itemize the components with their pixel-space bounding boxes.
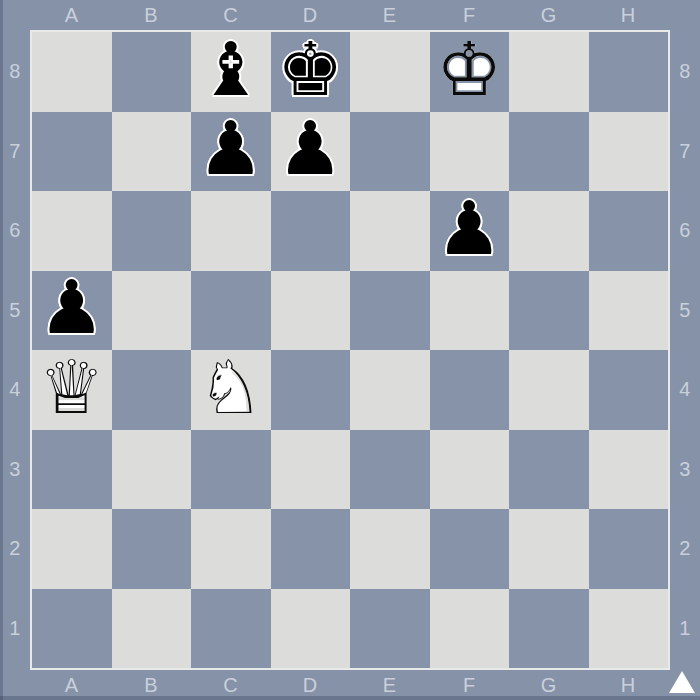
file-label-d: D	[271, 670, 351, 700]
square-a6[interactable]	[32, 191, 112, 271]
square-f4[interactable]	[430, 350, 510, 430]
piece-black-king[interactable]: ♚	[271, 32, 351, 112]
square-f3[interactable]	[430, 430, 510, 510]
file-label-g: G	[509, 0, 589, 30]
rank-label-7: 7	[670, 112, 700, 192]
square-f1[interactable]	[430, 589, 510, 669]
square-e2[interactable]	[350, 509, 430, 589]
square-e5[interactable]	[350, 271, 430, 351]
file-labels-top: ABCDEFGH	[32, 0, 668, 30]
square-f5[interactable]	[430, 271, 510, 351]
rank-label-2: 2	[670, 509, 700, 589]
file-label-f: F	[430, 670, 510, 700]
square-a1[interactable]	[32, 589, 112, 669]
square-h7[interactable]	[589, 112, 669, 192]
rank-label-5: 5	[670, 271, 700, 351]
file-label-h: H	[589, 0, 669, 30]
square-g8[interactable]	[509, 32, 589, 112]
square-b1[interactable]	[112, 589, 192, 669]
white-knight-outline-glyph: ♘	[198, 350, 264, 424]
square-d5[interactable]	[271, 271, 351, 351]
rank-labels-right: 87654321	[670, 32, 700, 668]
file-label-g: G	[509, 670, 589, 700]
square-h3[interactable]	[589, 430, 669, 510]
square-b4[interactable]	[112, 350, 192, 430]
piece-black-pawn[interactable]: ♟	[191, 112, 271, 192]
file-label-a: A	[32, 0, 112, 30]
board-grid: ♝♚♚♔♟♟♟♟♛♕♞♘	[32, 32, 668, 668]
square-b8[interactable]	[112, 32, 192, 112]
square-g3[interactable]	[509, 430, 589, 510]
square-g2[interactable]	[509, 509, 589, 589]
file-label-c: C	[191, 670, 271, 700]
rank-label-8: 8	[0, 32, 30, 112]
square-d8[interactable]: ♚	[271, 32, 351, 112]
rank-label-4: 4	[0, 350, 30, 430]
square-h8[interactable]	[589, 32, 669, 112]
white-queen-outline-glyph: ♕	[39, 350, 105, 424]
piece-white-knight[interactable]: ♞♘	[191, 350, 271, 430]
square-h6[interactable]	[589, 191, 669, 271]
rank-label-1: 1	[670, 589, 700, 669]
black-bishop-glyph: ♝	[198, 32, 264, 106]
square-g6[interactable]	[509, 191, 589, 271]
rank-label-6: 6	[670, 191, 700, 271]
rank-label-3: 3	[0, 430, 30, 510]
square-a5[interactable]: ♟	[32, 271, 112, 351]
square-g4[interactable]	[509, 350, 589, 430]
square-h1[interactable]	[589, 589, 669, 669]
white-king-outline-glyph: ♔	[436, 32, 502, 106]
file-label-e: E	[350, 670, 430, 700]
square-d7[interactable]: ♟	[271, 112, 351, 192]
black-king-glyph: ♚	[277, 32, 343, 106]
rank-label-4: 4	[670, 350, 700, 430]
square-a2[interactable]	[32, 509, 112, 589]
white-to-move-indicator	[669, 671, 695, 693]
rank-label-3: 3	[670, 430, 700, 510]
chess-diagram: ABCDEFGH ABCDEFGH 87654321 87654321 ♝♚♚♔…	[0, 0, 700, 700]
square-d1[interactable]	[271, 589, 351, 669]
square-b5[interactable]	[112, 271, 192, 351]
square-g7[interactable]	[509, 112, 589, 192]
square-f2[interactable]	[430, 509, 510, 589]
file-label-h: H	[589, 670, 669, 700]
square-d2[interactable]	[271, 509, 351, 589]
square-b6[interactable]	[112, 191, 192, 271]
rank-label-8: 8	[670, 32, 700, 112]
square-g1[interactable]	[509, 589, 589, 669]
square-c7[interactable]: ♟	[191, 112, 271, 192]
square-d4[interactable]	[271, 350, 351, 430]
rank-label-6: 6	[0, 191, 30, 271]
square-c4[interactable]: ♞♘	[191, 350, 271, 430]
square-h5[interactable]	[589, 271, 669, 351]
square-c2[interactable]	[191, 509, 271, 589]
chess-board: ♝♚♚♔♟♟♟♟♛♕♞♘	[30, 30, 670, 670]
rank-label-1: 1	[0, 589, 30, 669]
board-frame: ABCDEFGH ABCDEFGH 87654321 87654321 ♝♚♚♔…	[0, 0, 700, 700]
square-c3[interactable]	[191, 430, 271, 510]
file-label-b: B	[112, 0, 192, 30]
square-b7[interactable]	[112, 112, 192, 192]
square-d6[interactable]	[271, 191, 351, 271]
square-h2[interactable]	[589, 509, 669, 589]
rank-label-5: 5	[0, 271, 30, 351]
file-labels-bottom: ABCDEFGH	[32, 670, 668, 700]
square-g5[interactable]	[509, 271, 589, 351]
square-f7[interactable]	[430, 112, 510, 192]
square-e3[interactable]	[350, 430, 430, 510]
square-d3[interactable]	[271, 430, 351, 510]
square-c1[interactable]	[191, 589, 271, 669]
file-label-a: A	[32, 670, 112, 700]
black-pawn-glyph: ♟	[277, 111, 343, 185]
square-c5[interactable]	[191, 271, 271, 351]
square-e7[interactable]	[350, 112, 430, 192]
rank-label-2: 2	[0, 509, 30, 589]
piece-black-bishop[interactable]: ♝	[191, 32, 271, 112]
file-label-e: E	[350, 0, 430, 30]
square-c6[interactable]	[191, 191, 271, 271]
piece-white-queen[interactable]: ♛♕	[32, 350, 112, 430]
square-e6[interactable]	[350, 191, 430, 271]
square-e8[interactable]	[350, 32, 430, 112]
square-a4[interactable]: ♛♕	[32, 350, 112, 430]
square-e1[interactable]	[350, 589, 430, 669]
piece-black-pawn[interactable]: ♟	[430, 191, 510, 271]
rank-label-7: 7	[0, 112, 30, 192]
black-pawn-glyph: ♟	[198, 111, 264, 185]
square-a7[interactable]	[32, 112, 112, 192]
square-f6[interactable]: ♟	[430, 191, 510, 271]
black-pawn-glyph: ♟	[436, 191, 502, 265]
square-b3[interactable]	[112, 430, 192, 510]
piece-white-king[interactable]: ♚♔	[430, 32, 510, 112]
square-a8[interactable]	[32, 32, 112, 112]
piece-black-pawn[interactable]: ♟	[32, 271, 112, 351]
square-h4[interactable]	[589, 350, 669, 430]
square-e4[interactable]	[350, 350, 430, 430]
black-pawn-glyph: ♟	[39, 270, 105, 344]
piece-black-pawn[interactable]: ♟	[271, 112, 351, 192]
square-f8[interactable]: ♚♔	[430, 32, 510, 112]
square-b2[interactable]	[112, 509, 192, 589]
square-a3[interactable]	[32, 430, 112, 510]
file-label-b: B	[112, 670, 192, 700]
rank-labels-left: 87654321	[0, 32, 30, 668]
square-c8[interactable]: ♝	[191, 32, 271, 112]
